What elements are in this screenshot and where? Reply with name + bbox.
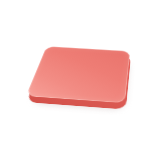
pan-scene — [36, 38, 128, 106]
pan-top-surface — [26, 46, 130, 103]
muffin-pan — [26, 46, 130, 103]
product-photo — [0, 0, 160, 160]
